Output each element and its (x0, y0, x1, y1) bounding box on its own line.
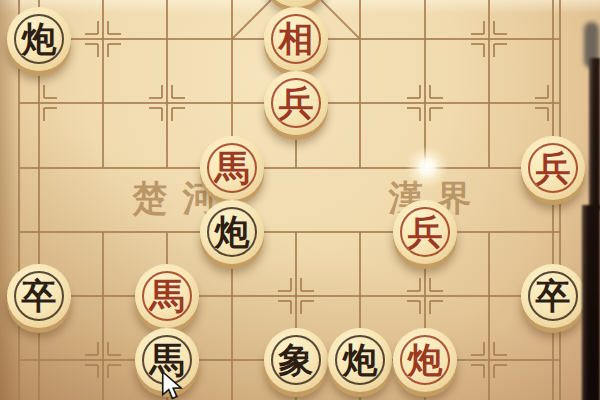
red-horse-d[interactable]: 馬 (200, 136, 264, 200)
black-soldier-i[interactable]: 卒 (521, 264, 585, 328)
black-cannon-d[interactable]: 炮 (200, 200, 264, 264)
piece-character: 炮 (200, 200, 264, 264)
black-horse-c[interactable]: 馬 (135, 328, 199, 392)
red-soldier-g[interactable]: 兵 (393, 200, 457, 264)
piece-character: 兵 (264, 71, 328, 135)
piece-character (264, 0, 328, 7)
black-soldier-a[interactable]: 卒 (7, 264, 71, 328)
piece-character: 象 (264, 328, 328, 392)
red-horse-c[interactable]: 馬 (135, 264, 199, 328)
black-elephant[interactable]: 象 (264, 328, 328, 392)
piece-character: 馬 (200, 136, 264, 200)
piece-character: 卒 (7, 264, 71, 328)
river-label-0: 楚 (133, 175, 168, 222)
red-cannon-g[interactable]: 炮 (393, 328, 457, 392)
piece-character: 卒 (521, 264, 585, 328)
piece-character: 炮 (7, 7, 71, 71)
red-soldier-i[interactable]: 兵 (521, 136, 585, 200)
xiangqi-game-screen: 楚河漢界 炮相兵馬兵炮兵卒馬卒馬象炮炮 (0, 0, 600, 400)
piece-character: 相 (264, 7, 328, 71)
red-palace-piece-partial[interactable] (264, 0, 328, 7)
red-soldier-e[interactable]: 兵 (264, 71, 328, 135)
red-elephant[interactable]: 相 (264, 7, 328, 71)
piece-character: 馬 (135, 328, 199, 392)
black-cannon-a[interactable]: 炮 (7, 7, 71, 71)
screen-right-edge-dark-upper (589, 58, 600, 210)
piece-character: 炮 (328, 328, 392, 392)
black-cannon-f[interactable]: 炮 (328, 328, 392, 392)
piece-character: 炮 (393, 328, 457, 392)
piece-character: 馬 (135, 264, 199, 328)
screen-right-edge-dark-lower (582, 205, 600, 400)
piece-character: 兵 (393, 200, 457, 264)
piece-character: 兵 (521, 136, 585, 200)
